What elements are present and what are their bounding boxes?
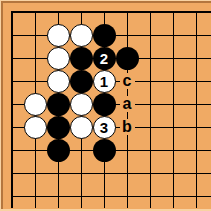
stone-black <box>47 93 70 116</box>
grid-line-horizontal <box>11 196 211 197</box>
stone-white <box>47 47 70 70</box>
point-marker-c: c <box>120 73 135 89</box>
stone-white <box>24 116 47 139</box>
stone-white <box>24 93 47 116</box>
board-frame-shadow-left <box>1 1 3 209</box>
stone-white <box>70 24 93 47</box>
stone-white-move-3: 3 <box>93 116 116 139</box>
board-frame-highlight-bottom <box>0 209 211 211</box>
stone-white <box>70 116 93 139</box>
stone-black <box>93 24 116 47</box>
stone-black <box>93 93 116 116</box>
stone-white <box>47 24 70 47</box>
stone-black <box>47 116 70 139</box>
go-board-diagram: 213cab <box>0 0 211 211</box>
stone-white <box>70 93 93 116</box>
board-frame-shadow-top <box>0 1 211 3</box>
stone-black <box>93 139 116 162</box>
stone-black <box>47 139 70 162</box>
grid-line-vertical <box>196 11 197 208</box>
stone-black <box>116 47 139 70</box>
grid-line-vertical <box>173 11 174 208</box>
stone-black <box>70 70 93 93</box>
grid-line-vertical <box>150 11 151 208</box>
stone-white-move-1: 1 <box>93 70 116 93</box>
stone-black-move-2: 2 <box>93 47 116 70</box>
point-marker-a: a <box>120 96 135 112</box>
stone-black <box>70 47 93 70</box>
point-marker-b: b <box>120 119 135 135</box>
stone-white <box>47 70 70 93</box>
board-edge-line-horizontal <box>11 11 211 13</box>
board-edge-line-vertical <box>11 11 13 208</box>
grid-line-horizontal <box>11 173 211 174</box>
